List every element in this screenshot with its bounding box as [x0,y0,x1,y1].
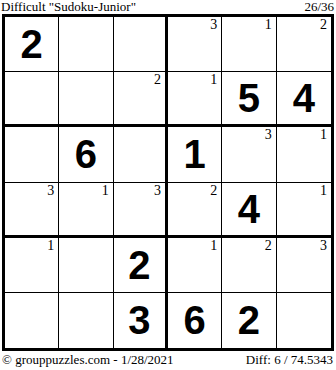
pencil-mark: 3 [210,17,217,32]
cell-r4c6[interactable]: 1 [277,183,331,238]
cell-r6c2[interactable] [59,293,113,348]
cell-r3c6[interactable]: 1 [277,127,331,182]
pencil-mark: 1 [47,238,54,253]
pencil-mark: 1 [320,127,327,142]
cell-r3c2[interactable]: 6 [59,127,113,182]
cell-r1c4[interactable]: 3 [168,17,222,72]
cell-r4c5[interactable]: 4 [222,183,276,238]
cell-r1c2[interactable] [59,17,113,72]
pencil-mark: 2 [154,72,161,87]
cell-r2c4[interactable]: 1 [168,72,222,127]
cell-r3c4[interactable]: 1 [168,127,222,182]
pencil-mark: 1 [210,72,217,87]
puzzle-counter: 26/36 [304,0,334,14]
given-digit: 2 [5,17,58,71]
cell-r1c5[interactable]: 1 [222,17,276,72]
cell-r2c1[interactable] [5,72,59,127]
cell-r3c5[interactable]: 3 [222,127,276,182]
cell-r2c6[interactable]: 4 [277,72,331,127]
cell-r1c1[interactable]: 2 [5,17,59,72]
cell-r2c5[interactable]: 5 [222,72,276,127]
cell-r6c6[interactable] [277,293,331,348]
given-digit: 4 [277,72,331,124]
copyright-text: © grouppuzzles.com - 1/28/2021 [2,353,174,367]
cell-r2c2[interactable] [59,72,113,127]
cell-r4c3[interactable]: 3 [114,183,168,238]
cell-r4c4[interactable]: 2 [168,183,222,238]
given-digit: 2 [222,293,275,348]
cell-r4c1[interactable]: 3 [5,183,59,238]
pencil-mark: 3 [320,238,327,253]
given-digit: 3 [114,293,165,348]
difficulty-text: Diff: 6 / 74.5343 [246,353,333,367]
cell-r6c1[interactable] [5,293,59,348]
cell-r4c2[interactable]: 1 [59,183,113,238]
cell-r1c6[interactable]: 2 [277,17,331,72]
given-digit: 5 [222,72,275,124]
cell-r5c5[interactable]: 2 [222,238,276,293]
cell-r5c2[interactable] [59,238,113,293]
cell-r6c4[interactable]: 6 [168,293,222,348]
pencil-mark: 3 [47,183,54,198]
pencil-mark: 1 [320,183,327,198]
given-digit: 6 [59,127,112,181]
pencil-mark: 3 [265,127,272,142]
pencil-mark: 2 [320,17,327,32]
header: Difficult "Sudoku-Junior" 26/36 [0,0,336,14]
cell-r2c3[interactable]: 2 [114,72,168,127]
pencil-mark: 3 [154,183,161,198]
cell-r3c1[interactable] [5,127,59,182]
given-digit: 6 [168,293,221,348]
given-digit: 2 [114,238,165,292]
footer: © grouppuzzles.com - 1/28/2021 Diff: 6 /… [0,351,336,367]
cell-r3c3[interactable] [114,127,168,182]
given-digit: 1 [168,127,221,181]
pencil-mark: 1 [102,183,109,198]
puzzle-title: Difficult "Sudoku-Junior" [1,0,136,14]
cell-r5c1[interactable]: 1 [5,238,59,293]
pencil-mark: 1 [265,17,272,32]
cell-r5c6[interactable]: 3 [277,238,331,293]
board[interactable]: 23122154613131324112123362 [2,14,334,351]
cell-r5c3[interactable]: 2 [114,238,168,293]
pencil-mark: 1 [210,238,217,253]
cell-r6c3[interactable]: 3 [114,293,168,348]
given-digit: 4 [222,183,275,235]
cell-r1c3[interactable] [114,17,168,72]
pencil-mark: 2 [210,183,217,198]
cell-r6c5[interactable]: 2 [222,293,276,348]
pencil-mark: 2 [265,238,272,253]
cell-r5c4[interactable]: 1 [168,238,222,293]
